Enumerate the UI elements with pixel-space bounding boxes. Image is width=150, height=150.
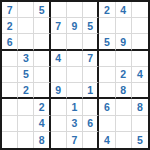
sudoku-cell-r2c7[interactable] (99, 18, 115, 34)
sudoku-cell-r4c8[interactable] (116, 51, 132, 67)
sudoku-cell-r9c4[interactable] (51, 132, 67, 148)
sudoku-cell-r1c8[interactable]: 4 (116, 2, 132, 18)
sudoku-cell-r7c1[interactable] (2, 99, 18, 115)
sudoku-cell-r3c8[interactable]: 9 (116, 34, 132, 50)
sudoku-board: 75242795659347524291821684368745 (0, 0, 150, 150)
sudoku-cell-r5c7[interactable] (99, 67, 115, 83)
sudoku-cell-r5c1[interactable] (2, 67, 18, 83)
sudoku-cell-r2c3[interactable] (34, 18, 50, 34)
sudoku-cell-r2c2[interactable] (18, 18, 34, 34)
sudoku-cell-r4c6[interactable]: 7 (83, 51, 99, 67)
sudoku-cell-r8c4[interactable] (51, 116, 67, 132)
sudoku-cell-r6c7[interactable] (99, 83, 115, 99)
sudoku-cell-r9c3[interactable]: 8 (34, 132, 50, 148)
sudoku-cell-r6c4[interactable]: 9 (51, 83, 67, 99)
sudoku-cell-r9c2[interactable] (18, 132, 34, 148)
sudoku-cell-r6c9[interactable] (132, 83, 148, 99)
sudoku-cell-r7c7[interactable]: 6 (99, 99, 115, 115)
sudoku-cell-r9c8[interactable] (116, 132, 132, 148)
sudoku-cell-r1c7[interactable]: 2 (99, 2, 115, 18)
sudoku-cell-r2c9[interactable] (132, 18, 148, 34)
sudoku-cell-r6c2[interactable]: 2 (18, 83, 34, 99)
sudoku-cell-r6c3[interactable] (34, 83, 50, 99)
sudoku-cell-r6c6[interactable]: 1 (83, 83, 99, 99)
sudoku-cell-r3c3[interactable] (34, 34, 50, 50)
sudoku-cell-r1c3[interactable]: 5 (34, 2, 50, 18)
sudoku-cell-r3c2[interactable] (18, 34, 34, 50)
sudoku-cell-r5c3[interactable] (34, 67, 50, 83)
sudoku-cell-r5c5[interactable] (67, 67, 83, 83)
sudoku-cell-r7c5[interactable]: 1 (67, 99, 83, 115)
sudoku-cell-r2c5[interactable]: 9 (67, 18, 83, 34)
sudoku-cell-r1c4[interactable] (51, 2, 67, 18)
sudoku-cell-r1c1[interactable]: 7 (2, 2, 18, 18)
sudoku-cell-r7c6[interactable] (83, 99, 99, 115)
sudoku-cell-r4c5[interactable] (67, 51, 83, 67)
sudoku-cell-r4c9[interactable] (132, 51, 148, 67)
sudoku-cell-r7c2[interactable] (18, 99, 34, 115)
sudoku-cell-r8c6[interactable]: 6 (83, 116, 99, 132)
sudoku-cell-r8c1[interactable] (2, 116, 18, 132)
sudoku-cell-r7c4[interactable] (51, 99, 67, 115)
sudoku-cell-r5c4[interactable] (51, 67, 67, 83)
sudoku-cell-r4c7[interactable] (99, 51, 115, 67)
sudoku-cell-r8c7[interactable] (99, 116, 115, 132)
sudoku-cell-r6c5[interactable] (67, 83, 83, 99)
sudoku-cell-r8c5[interactable]: 3 (67, 116, 83, 132)
sudoku-cell-r3c5[interactable] (67, 34, 83, 50)
sudoku-cell-r9c1[interactable] (2, 132, 18, 148)
sudoku-cell-r9c7[interactable]: 4 (99, 132, 115, 148)
sudoku-cell-r8c9[interactable] (132, 116, 148, 132)
sudoku-cell-r7c8[interactable] (116, 99, 132, 115)
sudoku-cell-r6c1[interactable] (2, 83, 18, 99)
sudoku-cell-r4c2[interactable]: 3 (18, 51, 34, 67)
sudoku-cell-r2c4[interactable]: 7 (51, 18, 67, 34)
sudoku-cell-r1c2[interactable] (18, 2, 34, 18)
sudoku-cell-r3c6[interactable] (83, 34, 99, 50)
sudoku-cell-r8c8[interactable] (116, 116, 132, 132)
sudoku-cell-r1c9[interactable] (132, 2, 148, 18)
sudoku-cell-r1c5[interactable] (67, 2, 83, 18)
sudoku-cell-r3c4[interactable] (51, 34, 67, 50)
sudoku-cell-r4c3[interactable] (34, 51, 50, 67)
sudoku-cell-r7c9[interactable]: 8 (132, 99, 148, 115)
sudoku-cell-r9c6[interactable] (83, 132, 99, 148)
sudoku-cell-r5c2[interactable]: 5 (18, 67, 34, 83)
sudoku-cell-r3c9[interactable] (132, 34, 148, 50)
sudoku-cell-r2c1[interactable]: 2 (2, 18, 18, 34)
sudoku-cell-r2c6[interactable]: 5 (83, 18, 99, 34)
sudoku-cell-r8c3[interactable]: 4 (34, 116, 50, 132)
sudoku-cell-r4c4[interactable]: 4 (51, 51, 67, 67)
sudoku-cell-r9c5[interactable]: 7 (67, 132, 83, 148)
sudoku-cell-r1c6[interactable] (83, 2, 99, 18)
sudoku-cell-r3c1[interactable]: 6 (2, 34, 18, 50)
sudoku-cell-r7c3[interactable]: 2 (34, 99, 50, 115)
sudoku-cell-r8c2[interactable] (18, 116, 34, 132)
sudoku-cell-r5c9[interactable]: 4 (132, 67, 148, 83)
sudoku-cell-r4c1[interactable] (2, 51, 18, 67)
sudoku-cell-r6c8[interactable]: 8 (116, 83, 132, 99)
sudoku-cell-r5c6[interactable] (83, 67, 99, 83)
sudoku-cell-r2c8[interactable] (116, 18, 132, 34)
sudoku-cell-r3c7[interactable]: 5 (99, 34, 115, 50)
sudoku-cell-r5c8[interactable]: 2 (116, 67, 132, 83)
sudoku-cell-r9c9[interactable]: 5 (132, 132, 148, 148)
